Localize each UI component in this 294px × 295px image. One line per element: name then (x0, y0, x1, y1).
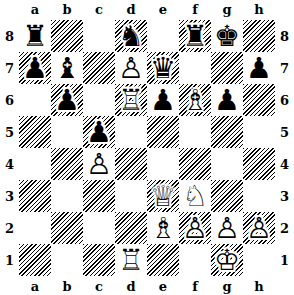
file-label-f-bottom: f (179, 276, 211, 295)
file-label-c-bottom: c (83, 276, 115, 295)
square-f5[interactable] (179, 116, 211, 148)
square-h6[interactable] (243, 84, 275, 116)
square-c2[interactable] (83, 212, 115, 244)
piece-black-pawn-c5: ♟ (86, 116, 112, 148)
square-g2[interactable]: ♙ (211, 212, 243, 244)
rank-label-5-left: 5 (0, 116, 19, 148)
rank-label-8-right: 8 (275, 20, 294, 52)
square-b6[interactable]: ♟ (51, 84, 83, 116)
piece-white-pawn-f2: ♙ (182, 212, 208, 244)
square-f3[interactable]: ♘ (179, 180, 211, 212)
square-e6[interactable]: ♟ (147, 84, 179, 116)
square-h4[interactable] (243, 148, 275, 180)
rank-label-4-right: 4 (275, 148, 294, 180)
square-d8[interactable]: ♞ (115, 20, 147, 52)
piece-black-pawn-a7: ♟ (22, 52, 48, 84)
square-b4[interactable] (51, 148, 83, 180)
square-c7[interactable] (83, 52, 115, 84)
file-label-g-bottom: g (211, 276, 243, 295)
piece-white-rook-d6: ♖ (118, 84, 144, 116)
rank-label-2-left: 2 (0, 212, 19, 244)
piece-black-pawn-g6: ♟ (214, 84, 240, 116)
square-g1[interactable]: ♔ (211, 244, 243, 276)
square-g4[interactable] (211, 148, 243, 180)
square-a5[interactable] (19, 116, 51, 148)
square-h2[interactable]: ♙ (243, 212, 275, 244)
square-e1[interactable] (147, 244, 179, 276)
chess-board: ♜♞♜♚♟♝♙♛♟♟♖♟♗♟♟♙♕♘♗♙♙♙♖♔ (19, 20, 275, 276)
piece-white-knight-f3: ♘ (182, 180, 208, 212)
square-b3[interactable] (51, 180, 83, 212)
square-g8[interactable]: ♚ (211, 20, 243, 52)
rank-label-3-right: 3 (275, 180, 294, 212)
square-e8[interactable] (147, 20, 179, 52)
square-a8[interactable]: ♜ (19, 20, 51, 52)
square-b2[interactable] (51, 212, 83, 244)
square-d7[interactable]: ♙ (115, 52, 147, 84)
file-labels-top: abcdefgh (19, 0, 275, 20)
file-label-a-bottom: a (19, 276, 51, 295)
piece-black-queen-e7: ♛ (150, 52, 176, 84)
square-d5[interactable] (115, 116, 147, 148)
square-a1[interactable] (19, 244, 51, 276)
square-g7[interactable] (211, 52, 243, 84)
piece-white-bishop-e2: ♗ (150, 212, 176, 244)
square-f6[interactable]: ♗ (179, 84, 211, 116)
piece-black-rook-f8: ♜ (182, 20, 208, 52)
piece-black-pawn-b6: ♟ (54, 84, 80, 116)
rank-labels-right: 87654321 (275, 20, 294, 276)
square-a4[interactable] (19, 148, 51, 180)
file-label-b-bottom: b (51, 276, 83, 295)
square-b1[interactable] (51, 244, 83, 276)
piece-black-pawn-e6: ♟ (150, 84, 176, 116)
rank-label-3-left: 3 (0, 180, 19, 212)
square-a3[interactable] (19, 180, 51, 212)
square-e2[interactable]: ♗ (147, 212, 179, 244)
rank-label-4-left: 4 (0, 148, 19, 180)
file-label-h-bottom: h (243, 276, 275, 295)
square-f7[interactable] (179, 52, 211, 84)
square-f2[interactable]: ♙ (179, 212, 211, 244)
square-d1[interactable]: ♖ (115, 244, 147, 276)
rank-label-6-right: 6 (275, 84, 294, 116)
rank-label-5-right: 5 (275, 116, 294, 148)
square-c3[interactable] (83, 180, 115, 212)
rank-label-1-left: 1 (0, 244, 19, 276)
square-c8[interactable] (83, 20, 115, 52)
square-c5[interactable]: ♟ (83, 116, 115, 148)
square-a7[interactable]: ♟ (19, 52, 51, 84)
file-label-e-bottom: e (147, 276, 179, 295)
piece-black-bishop-b7: ♝ (54, 52, 80, 84)
square-h1[interactable] (243, 244, 275, 276)
square-d3[interactable] (115, 180, 147, 212)
file-label-f-top: f (179, 0, 211, 20)
square-h8[interactable] (243, 20, 275, 52)
rank-labels-left: 87654321 (0, 20, 19, 276)
piece-white-queen-e3: ♕ (150, 180, 176, 212)
file-labels-bottom: abcdefgh (19, 276, 275, 295)
square-d4[interactable] (115, 148, 147, 180)
piece-white-pawn-c4: ♙ (86, 148, 112, 180)
file-label-b-top: b (51, 0, 83, 20)
piece-white-rook-d1: ♖ (118, 244, 144, 276)
file-label-a-top: a (19, 0, 51, 20)
square-g6[interactable]: ♟ (211, 84, 243, 116)
file-label-d-bottom: d (115, 276, 147, 295)
rank-label-7-left: 7 (0, 52, 19, 84)
square-h5[interactable] (243, 116, 275, 148)
piece-black-king-g8: ♚ (214, 20, 240, 52)
square-e3[interactable]: ♕ (147, 180, 179, 212)
file-label-e-top: e (147, 0, 179, 20)
file-label-c-top: c (83, 0, 115, 20)
square-h3[interactable] (243, 180, 275, 212)
square-g5[interactable] (211, 116, 243, 148)
file-label-d-top: d (115, 0, 147, 20)
piece-white-bishop-f6: ♗ (182, 84, 208, 116)
square-c4[interactable]: ♙ (83, 148, 115, 180)
piece-black-pawn-h7: ♟ (246, 52, 272, 84)
square-f8[interactable]: ♜ (179, 20, 211, 52)
square-c1[interactable] (83, 244, 115, 276)
square-d2[interactable] (115, 212, 147, 244)
piece-black-rook-a8: ♜ (22, 20, 48, 52)
square-f4[interactable] (179, 148, 211, 180)
square-a6[interactable] (19, 84, 51, 116)
piece-black-knight-d8: ♞ (118, 20, 144, 52)
square-f1[interactable] (179, 244, 211, 276)
rank-label-8-left: 8 (0, 20, 19, 52)
square-g3[interactable] (211, 180, 243, 212)
square-d6[interactable]: ♖ (115, 84, 147, 116)
square-c6[interactable] (83, 84, 115, 116)
square-a2[interactable] (19, 212, 51, 244)
chess-diagram: abcdefgh 87654321 ♜♞♜♚♟♝♙♛♟♟♖♟♗♟♟♙♕♘♗♙♙♙… (0, 0, 294, 295)
file-label-h-top: h (243, 0, 275, 20)
square-b8[interactable] (51, 20, 83, 52)
square-b5[interactable] (51, 116, 83, 148)
square-e7[interactable]: ♛ (147, 52, 179, 84)
square-e5[interactable] (147, 116, 179, 148)
piece-white-pawn-h2: ♙ (246, 212, 272, 244)
rank-label-6-left: 6 (0, 84, 19, 116)
file-label-g-top: g (211, 0, 243, 20)
square-e4[interactable] (147, 148, 179, 180)
rank-label-2-right: 2 (275, 212, 294, 244)
piece-white-king-g1: ♔ (214, 244, 240, 276)
piece-white-pawn-d7: ♙ (118, 52, 144, 84)
rank-label-7-right: 7 (275, 52, 294, 84)
square-h7[interactable]: ♟ (243, 52, 275, 84)
square-b7[interactable]: ♝ (51, 52, 83, 84)
piece-white-pawn-g2: ♙ (214, 212, 240, 244)
rank-label-1-right: 1 (275, 244, 294, 276)
